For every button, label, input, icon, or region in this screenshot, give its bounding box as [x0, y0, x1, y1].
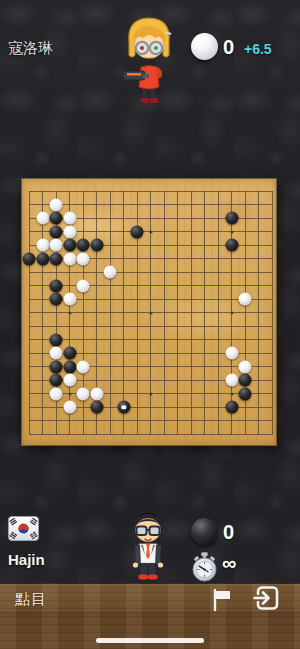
flag-icon	[211, 588, 232, 612]
board-line-v	[177, 191, 178, 435]
black-stone[interactable]	[50, 293, 63, 306]
home-indicator[interactable]	[96, 638, 204, 643]
exit-icon	[252, 584, 281, 612]
white-stone[interactable]	[36, 239, 49, 252]
white-stone[interactable]	[239, 360, 252, 373]
black-stone[interactable]	[90, 239, 103, 252]
board-grid	[29, 191, 272, 434]
board-line-h	[29, 434, 273, 435]
white-stone[interactable]	[63, 225, 76, 238]
white-player-avatar	[117, 11, 181, 111]
board-line-h	[29, 326, 273, 327]
black-stone[interactable]	[63, 239, 76, 252]
black-stone[interactable]	[50, 279, 63, 292]
board-line-h	[29, 339, 273, 340]
resign-flag-button[interactable]	[211, 588, 232, 616]
black-stone[interactable]	[50, 212, 63, 225]
white-stone[interactable]	[77, 387, 90, 400]
black-stone[interactable]	[23, 252, 36, 265]
white-stone[interactable]	[63, 401, 76, 414]
black-stone[interactable]	[63, 360, 76, 373]
board-line-h	[29, 420, 273, 421]
bottom-player-name: Hajin	[8, 551, 45, 568]
black-stone[interactable]	[131, 225, 144, 238]
white-stone[interactable]	[50, 387, 63, 400]
board-line-v	[218, 191, 219, 435]
korea-flag-icon	[8, 516, 39, 545]
girl-avatar-icon	[117, 11, 181, 107]
black-stone[interactable]	[50, 360, 63, 373]
black-stone[interactable]	[50, 333, 63, 346]
black-stone[interactable]	[50, 225, 63, 238]
white-stone[interactable]	[225, 374, 238, 387]
white-stone[interactable]	[50, 198, 63, 211]
black-capture-count: 0	[223, 521, 234, 544]
black-stone[interactable]	[225, 239, 238, 252]
black-stone[interactable]	[63, 347, 76, 360]
exit-game-button[interactable]	[252, 584, 281, 616]
black-stone[interactable]	[90, 401, 103, 414]
white-stone[interactable]	[225, 347, 238, 360]
star-point	[230, 230, 233, 233]
white-stone[interactable]	[50, 347, 63, 360]
board-line-v	[258, 191, 259, 435]
black-stone[interactable]	[225, 401, 238, 414]
white-stone[interactable]	[77, 360, 90, 373]
boy-avatar-icon	[120, 509, 176, 583]
white-stone[interactable]	[104, 266, 117, 279]
black-stone[interactable]	[36, 252, 49, 265]
black-stone[interactable]	[77, 239, 90, 252]
black-stone[interactable]	[50, 252, 63, 265]
white-stone[interactable]	[239, 293, 252, 306]
time-remaining: ∞	[222, 552, 236, 575]
star-point	[230, 311, 233, 314]
board-line-v	[164, 191, 165, 435]
white-stone[interactable]	[77, 252, 90, 265]
top-player-name: 寇洛琳	[8, 39, 53, 58]
black-stone[interactable]	[225, 212, 238, 225]
white-stone[interactable]	[63, 374, 76, 387]
black-stone[interactable]	[239, 387, 252, 400]
white-stone[interactable]	[36, 212, 49, 225]
star-point	[68, 392, 71, 395]
stopwatch-icon	[191, 552, 218, 586]
white-stone-icon	[191, 33, 218, 60]
board-line-v	[191, 191, 192, 435]
white-stone[interactable]	[63, 293, 76, 306]
star-point	[149, 392, 152, 395]
board-line-v	[272, 191, 273, 435]
white-capture-count: 0	[223, 36, 234, 59]
board-line-v	[204, 191, 205, 435]
white-stone[interactable]	[63, 252, 76, 265]
white-stone[interactable]	[90, 387, 103, 400]
go-app-screen: 寇洛琳	[0, 0, 300, 649]
star-point	[149, 230, 152, 233]
go-board[interactable]	[21, 178, 277, 446]
star-point	[68, 311, 71, 314]
white-stone[interactable]	[63, 212, 76, 225]
black-stone[interactable]	[117, 401, 130, 414]
score-estimate-button[interactable]: 點目	[15, 590, 47, 609]
komi-value: +6.5	[244, 41, 272, 57]
star-point	[149, 311, 152, 314]
star-point	[230, 392, 233, 395]
white-stone[interactable]	[50, 239, 63, 252]
white-stone[interactable]	[77, 279, 90, 292]
black-player-avatar	[120, 509, 176, 587]
last-move-marker	[121, 405, 126, 410]
black-stone[interactable]	[239, 374, 252, 387]
black-stone[interactable]	[50, 374, 63, 387]
black-stone-icon	[191, 518, 218, 545]
